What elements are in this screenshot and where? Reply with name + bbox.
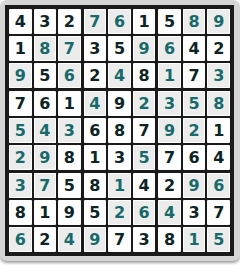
cell-r6c1[interactable]: 2	[9, 145, 32, 170]
cell-r9c4[interactable]: 9	[84, 227, 107, 252]
cell-r8c3[interactable]: 9	[58, 200, 81, 225]
cell-r9c2[interactable]: 2	[34, 227, 57, 252]
cell-r8c2[interactable]: 1	[34, 200, 57, 225]
cell-r5c8[interactable]: 2	[183, 118, 206, 143]
cell-r3c8[interactable]: 7	[183, 63, 206, 88]
cell-r8c6[interactable]: 6	[133, 200, 156, 225]
cell-r1c3[interactable]: 2	[58, 9, 81, 34]
cell-r2c5[interactable]: 5	[108, 36, 131, 61]
cell-r6c9[interactable]: 4	[207, 145, 230, 170]
cell-r9c9[interactable]: 5	[207, 227, 230, 252]
cell-r9c6[interactable]: 3	[133, 227, 156, 252]
sudoku-box-6: 358921764	[158, 91, 230, 170]
cell-r8c1[interactable]: 8	[9, 200, 32, 225]
cell-r4c6[interactable]: 2	[133, 91, 156, 116]
cell-r6c2[interactable]: 9	[34, 145, 57, 170]
cell-r5c6[interactable]: 7	[133, 118, 156, 143]
cell-r5c5[interactable]: 8	[108, 118, 131, 143]
cell-r3c4[interactable]: 2	[84, 63, 107, 88]
cell-r2c2[interactable]: 8	[34, 36, 57, 61]
cell-r8c9[interactable]: 7	[207, 200, 230, 225]
cell-r8c5[interactable]: 2	[108, 200, 131, 225]
cell-r3c9[interactable]: 3	[207, 63, 230, 88]
cell-r7c5[interactable]: 1	[108, 173, 131, 198]
sudoku-box-2: 761359248	[84, 9, 156, 88]
sudoku-box-1: 432187956	[9, 9, 81, 88]
cell-r9c1[interactable]: 6	[9, 227, 32, 252]
cell-r1c7[interactable]: 5	[158, 9, 181, 34]
cell-r3c7[interactable]: 1	[158, 63, 181, 88]
cell-r7c4[interactable]: 8	[84, 173, 107, 198]
cell-r2c9[interactable]: 2	[207, 36, 230, 61]
cell-r2c4[interactable]: 3	[84, 36, 107, 61]
cell-r3c1[interactable]: 9	[9, 63, 32, 88]
cell-r5c9[interactable]: 1	[207, 118, 230, 143]
cell-r7c1[interactable]: 3	[9, 173, 32, 198]
cell-r2c6[interactable]: 9	[133, 36, 156, 61]
cell-r1c9[interactable]: 9	[207, 9, 230, 34]
cell-r3c3[interactable]: 6	[58, 63, 81, 88]
sudoku-box-7: 375819624	[9, 173, 81, 252]
cell-r2c8[interactable]: 4	[183, 36, 206, 61]
cell-r1c4[interactable]: 7	[84, 9, 107, 34]
cell-r1c8[interactable]: 8	[183, 9, 206, 34]
cell-r3c2[interactable]: 5	[34, 63, 57, 88]
cell-r7c7[interactable]: 2	[158, 173, 181, 198]
cell-r7c2[interactable]: 7	[34, 173, 57, 198]
cell-r8c4[interactable]: 5	[84, 200, 107, 225]
cell-r4c2[interactable]: 6	[34, 91, 57, 116]
sudoku-box-5: 492687135	[84, 91, 156, 170]
cell-r4c1[interactable]: 7	[9, 91, 32, 116]
cell-r3c5[interactable]: 4	[108, 63, 131, 88]
sudoku-panel: 4321879567613592485896421737615432984926…	[0, 0, 240, 261]
sudoku-board: 4321879567613592485896421737615432984926…	[5, 5, 234, 256]
cell-r9c3[interactable]: 4	[58, 227, 81, 252]
cell-r2c7[interactable]: 6	[158, 36, 181, 61]
cell-r7c6[interactable]: 4	[133, 173, 156, 198]
cell-r4c8[interactable]: 5	[183, 91, 206, 116]
cell-r3c6[interactable]: 8	[133, 63, 156, 88]
cell-r5c3[interactable]: 3	[58, 118, 81, 143]
cell-r8c7[interactable]: 4	[158, 200, 181, 225]
cell-r6c6[interactable]: 5	[133, 145, 156, 170]
cell-r6c5[interactable]: 3	[108, 145, 131, 170]
cell-r2c3[interactable]: 7	[58, 36, 81, 61]
sudoku-box-8: 814526973	[84, 173, 156, 252]
cell-r4c3[interactable]: 1	[58, 91, 81, 116]
sudoku-box-3: 589642173	[158, 9, 230, 88]
cell-r4c9[interactable]: 8	[207, 91, 230, 116]
sudoku-box-4: 761543298	[9, 91, 81, 170]
cell-r4c4[interactable]: 4	[84, 91, 107, 116]
cell-r7c3[interactable]: 5	[58, 173, 81, 198]
cell-r5c1[interactable]: 5	[9, 118, 32, 143]
cell-r6c8[interactable]: 6	[183, 145, 206, 170]
cell-r6c4[interactable]: 1	[84, 145, 107, 170]
cell-r6c3[interactable]: 8	[58, 145, 81, 170]
sudoku-app: 4321879567613592485896421737615432984926…	[0, 0, 240, 265]
cell-r1c2[interactable]: 3	[34, 9, 57, 34]
cell-r9c8[interactable]: 1	[183, 227, 206, 252]
cell-r5c2[interactable]: 4	[34, 118, 57, 143]
cell-r4c7[interactable]: 3	[158, 91, 181, 116]
cell-r1c6[interactable]: 1	[133, 9, 156, 34]
cell-r1c5[interactable]: 6	[108, 9, 131, 34]
cell-r2c1[interactable]: 1	[9, 36, 32, 61]
cell-r5c4[interactable]: 6	[84, 118, 107, 143]
cell-r9c5[interactable]: 7	[108, 227, 131, 252]
cell-r6c7[interactable]: 7	[158, 145, 181, 170]
cell-r7c8[interactable]: 9	[183, 173, 206, 198]
cell-r1c1[interactable]: 4	[9, 9, 32, 34]
cell-r9c7[interactable]: 8	[158, 227, 181, 252]
cell-r8c8[interactable]: 3	[183, 200, 206, 225]
cell-r4c5[interactable]: 9	[108, 91, 131, 116]
sudoku-box-9: 296437815	[158, 173, 230, 252]
cell-r7c9[interactable]: 6	[207, 173, 230, 198]
cell-r5c7[interactable]: 9	[158, 118, 181, 143]
